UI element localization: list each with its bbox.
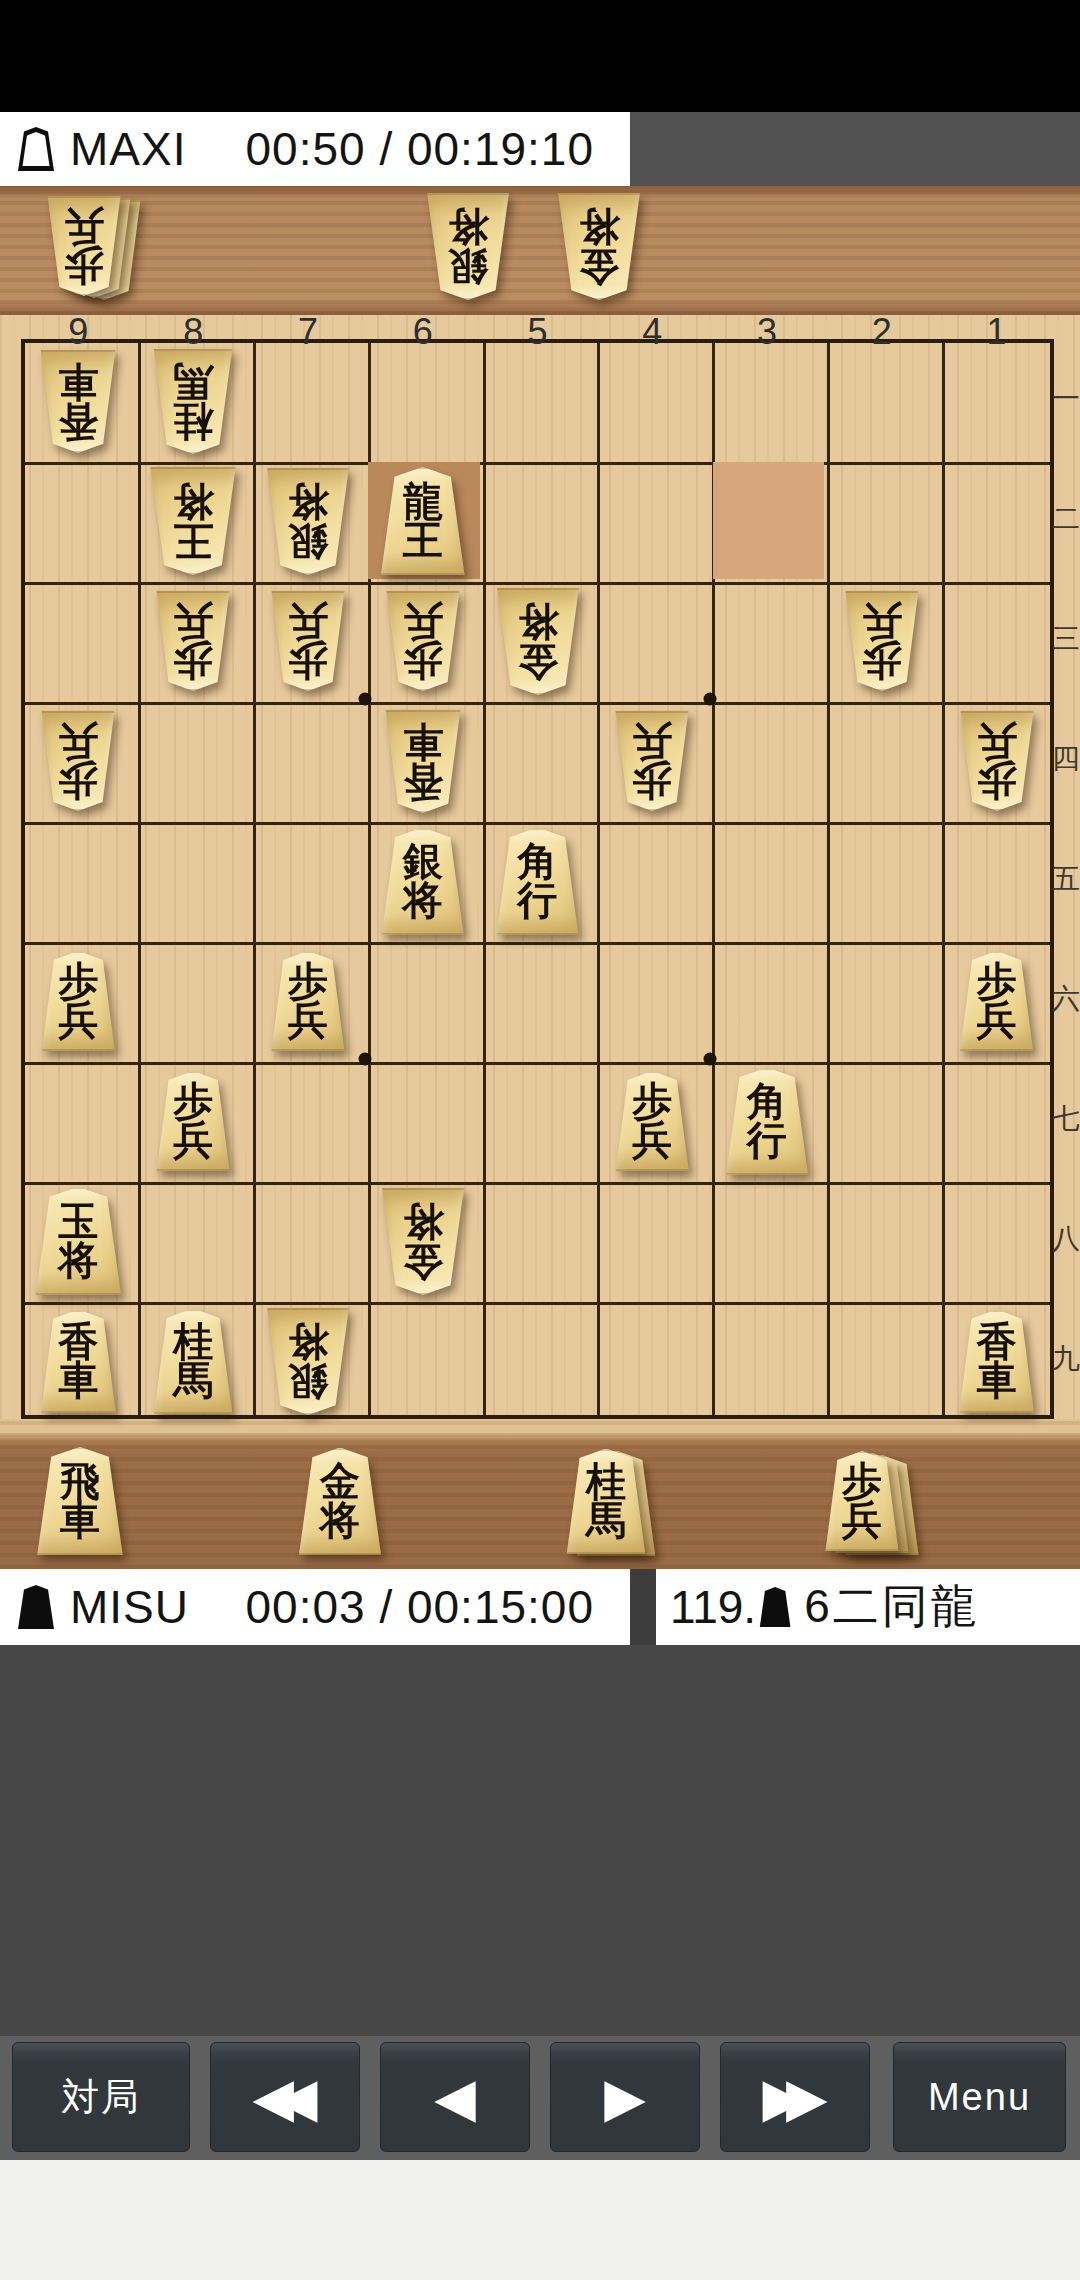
piece-face: 歩兵 [37,711,119,811]
fast-forward-button-label: ▶▶ [762,2070,809,2124]
top-bar-filler [630,112,1080,186]
top-player-bar: MAXI 00:50 / 00:19:10 [0,112,630,186]
file-label: 2 [852,311,912,353]
board-piece-歩兵-73-gote[interactable]: 歩兵 [267,591,349,691]
piece-face: 王将 [145,467,241,575]
board-piece-銀将-79-gote[interactable]: 銀将 [262,1308,354,1415]
star-point [359,1053,372,1066]
rank-label: 九 [1052,1340,1080,1378]
piece-face: 玉将 [30,1187,126,1295]
board-piece-香車-64-gote[interactable]: 香車 [381,710,465,813]
board-piece-歩兵-63-gote[interactable]: 歩兵 [382,591,464,691]
move-side-icon [758,1587,792,1627]
file-label: 1 [967,311,1027,353]
piece-face: 角行 [492,828,584,935]
grid-line-horizontal [25,822,1050,825]
piece-face: 金将 [377,1188,469,1295]
grid-line-horizontal [25,942,1050,945]
fast-rewind-button-label: ◀◀ [252,2070,299,2124]
hand-piece-桂馬-sente[interactable]: 桂馬 [562,1449,650,1554]
grid-line-horizontal [25,1302,1050,1305]
board-piece-銀将-72-gote[interactable]: 銀将 [262,468,354,575]
step-back-button[interactable]: ◀ [380,2042,530,2152]
piece-face: 歩兵 [956,951,1038,1051]
grid-line-horizontal [25,702,1050,705]
highlight-origin-square [713,462,825,579]
piece-face: 桂馬 [149,1309,237,1414]
gote-hand-tray[interactable] [0,186,1080,315]
board-piece-歩兵-87-sente[interactable]: 歩兵 [152,1071,234,1171]
board-piece-歩兵-83-gote[interactable]: 歩兵 [152,591,234,691]
board-piece-歩兵-23-gote[interactable]: 歩兵 [841,591,923,691]
board-piece-金将-53-gote[interactable]: 金将 [492,588,584,695]
board-piece-香車-19-sente[interactable]: 香車 [955,1310,1039,1413]
hand-piece-金将-gote[interactable]: 金将 [553,193,645,300]
rank-label: 三 [1052,620,1080,658]
rank-label: 八 [1052,1220,1080,1258]
board-piece-龍王-62-sente[interactable]: 龍王 [376,467,470,575]
file-label: 4 [622,311,682,353]
file-label: 9 [48,311,108,353]
piece-face: 香車 [36,1310,120,1413]
board-piece-歩兵-14-gote[interactable]: 歩兵 [956,711,1038,811]
grid-line-vertical [942,343,945,1415]
piece-face: 歩兵 [611,711,693,811]
bars-divider [630,1569,656,1645]
board-piece-歩兵-47-sente[interactable]: 歩兵 [611,1071,693,1171]
piece-face: 歩兵 [152,591,234,691]
fast-forward-button[interactable]: ▶▶ [720,2042,870,2152]
board-piece-歩兵-94-gote[interactable]: 歩兵 [37,711,119,811]
board-piece-歩兵-76-sente[interactable]: 歩兵 [267,951,349,1051]
hand-piece-歩兵-sente[interactable]: 歩兵 [821,1451,903,1551]
grid-line-vertical [138,343,141,1415]
piece-face: 香車 [381,710,465,813]
step-back-button-label: ◀ [434,2070,476,2124]
piece-face: 歩兵 [382,591,464,691]
rank-label: 五 [1052,860,1080,898]
fast-rewind-button[interactable]: ◀◀ [210,2042,360,2152]
file-label: 6 [393,311,453,353]
hand-piece-歩兵-gote[interactable]: 歩兵 [43,196,125,296]
piece-face: 香車 [955,1310,1039,1413]
bottom-strip [0,2160,1080,2280]
piece-face: 銀将 [262,468,354,575]
file-label: 3 [737,311,797,353]
sente-piece-icon [16,1585,56,1629]
rank-label: 二 [1052,500,1080,538]
star-point [359,693,372,706]
board-piece-歩兵-16-sente[interactable]: 歩兵 [956,951,1038,1051]
piece-face: 金将 [492,588,584,695]
bottom-player-bar: MISU 00:03 / 00:15:00 [0,1569,630,1645]
menu-button-label: Menu [928,2076,1031,2119]
piece-face: 龍王 [376,467,470,575]
piece-face: 金将 [553,193,645,300]
grid-line-horizontal [25,462,1050,465]
rank-label: 七 [1052,1100,1080,1138]
piece-face: 飛車 [32,1447,128,1555]
piece-face: 銀将 [262,1308,354,1415]
file-label: 7 [278,311,338,353]
piece-face: 銀将 [377,828,469,935]
grid-line-horizontal [25,1182,1050,1185]
board-piece-桂馬-89-sente[interactable]: 桂馬 [149,1309,237,1414]
piece-face: 香車 [36,350,120,453]
piece-face: 歩兵 [152,1071,234,1171]
board-piece-歩兵-96-sente[interactable]: 歩兵 [37,951,119,1051]
rank-label: 一 [1052,380,1080,418]
grid-line-vertical [483,343,486,1415]
board-piece-歩兵-44-gote[interactable]: 歩兵 [611,711,693,811]
piece-face: 歩兵 [267,951,349,1051]
star-point [703,1053,716,1066]
piece-face: 歩兵 [841,591,923,691]
board-piece-香車-99-sente[interactable]: 香車 [36,1310,120,1413]
piece-face: 歩兵 [821,1451,903,1551]
piece-face: 歩兵 [267,591,349,691]
board-piece-桂馬-81-gote[interactable]: 桂馬 [149,349,237,454]
board-piece-香車-91-gote[interactable]: 香車 [36,350,120,453]
board-piece-角行-55-sente[interactable]: 角行 [492,828,584,935]
hand-piece-銀将-gote[interactable]: 銀将 [422,193,514,300]
board-piece-玉将-98-sente[interactable]: 玉将 [30,1187,126,1295]
status-bar [0,0,1080,112]
piece-face: 角行 [721,1068,813,1175]
top-player-name: MAXI [70,122,186,176]
step-forward-button[interactable]: ▶ [550,2042,700,2152]
piece-face: 桂馬 [562,1449,650,1554]
file-label: 8 [163,311,223,353]
hand-piece-金将-sente[interactable]: 金将 [294,1448,386,1555]
star-point [703,693,716,706]
bottom-player-name: MISU [70,1580,189,1634]
piece-face: 銀将 [422,193,514,300]
piece-face: 金将 [294,1448,386,1555]
last-move-text: 6二同龍 [804,1576,980,1638]
move-info-bar: 119. 6二同龍 [656,1569,1080,1645]
piece-face: 歩兵 [37,951,119,1051]
board-piece-角行-37-sente[interactable]: 角行 [721,1068,813,1175]
play-game-button[interactable]: 対局 [12,2042,190,2152]
gote-piece-icon [16,127,56,171]
play-game-button-label: 対局 [61,2072,141,2123]
piece-face: 歩兵 [956,711,1038,811]
grid-line-vertical [597,343,600,1415]
step-forward-button-label: ▶ [604,2070,646,2124]
piece-face: 桂馬 [149,349,237,454]
rank-label: 四 [1052,740,1080,778]
grid-line-vertical [253,343,256,1415]
hand-piece-飛車-sente[interactable]: 飛車 [32,1447,128,1555]
board-piece-金将-68-gote[interactable]: 金将 [377,1188,469,1295]
file-label: 5 [508,311,568,353]
menu-button[interactable]: Menu [893,2042,1066,2152]
shogi-app-screen: MAXI 00:50 / 00:19:10 MISU 00:03 / 00:15… [0,0,1080,2280]
top-player-clock: 00:50 / 00:19:10 [245,122,594,176]
grid-line-horizontal [25,1062,1050,1065]
piece-face: 歩兵 [611,1071,693,1171]
grid-line-horizontal [25,582,1050,585]
toolbar: 対局◀◀◀▶▶▶Menu [0,2036,1080,2160]
bottom-player-clock: 00:03 / 00:15:00 [245,1580,594,1634]
board-piece-王将-82-gote[interactable]: 王将 [145,467,241,575]
rank-label: 六 [1052,980,1080,1018]
piece-face: 歩兵 [43,196,125,296]
grid-line-vertical [827,343,830,1415]
move-list-panel [0,1645,1080,2036]
board-piece-銀将-65-sente[interactable]: 銀将 [377,828,469,935]
move-number: 119. [670,1580,756,1634]
